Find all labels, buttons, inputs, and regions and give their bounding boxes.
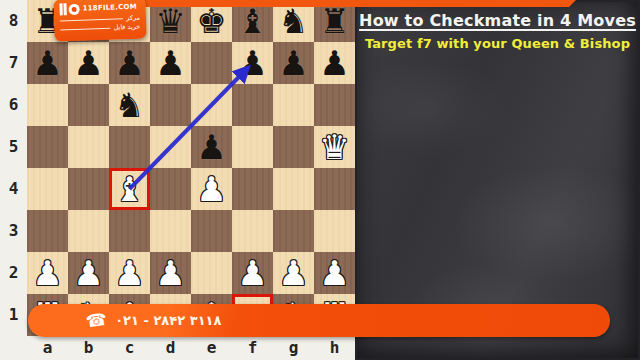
file-label-h: h <box>314 336 355 360</box>
phone-banner: ☎ ۰۲۱ - ۲۸۴۲ ۳۱۱۸ <box>28 304 610 337</box>
rank-label-6: 6 <box>0 84 27 126</box>
square-e4[interactable]: ♟ <box>191 168 232 210</box>
board: ♜♝♛♚♝♞♜♟♟♟♟♟♟♟♞♟♛♝♟♟♟♟♟♟♟♟♜♞♝♚♞♜ <box>27 0 355 336</box>
rank-label-3: 3 <box>0 210 27 252</box>
file-label-g: g <box>273 336 314 360</box>
file-label-b: b <box>68 336 109 360</box>
file-label-a: a <box>27 336 68 360</box>
square-g5[interactable] <box>273 126 314 168</box>
file-label-c: c <box>109 336 150 360</box>
square-g7[interactable]: ♟ <box>273 42 314 84</box>
rank-labels: 87654321 <box>0 0 27 336</box>
square-c7[interactable]: ♟ <box>109 42 150 84</box>
rank-label-8: 8 <box>0 0 27 42</box>
black-king: ♚ <box>196 4 226 38</box>
square-c2[interactable]: ♟ <box>109 252 150 294</box>
118file-logo: 118FILE.COM مرکز خرید فایل <box>53 0 146 42</box>
square-b3[interactable] <box>68 210 109 252</box>
square-h5[interactable]: ♛ <box>314 126 355 168</box>
white-pawn: ♟ <box>73 256 103 290</box>
square-g3[interactable] <box>273 210 314 252</box>
file-label-d: d <box>150 336 191 360</box>
square-a4[interactable] <box>27 168 68 210</box>
lesson-title: How to Checkmate in 4 Moves <box>357 11 638 30</box>
square-h6[interactable] <box>314 84 355 126</box>
square-b5[interactable] <box>68 126 109 168</box>
square-f4[interactable] <box>232 168 273 210</box>
black-pawn: ♟ <box>155 46 185 80</box>
square-a6[interactable] <box>27 84 68 126</box>
file-labels: abcdefgh <box>27 336 355 360</box>
rank-label-7: 7 <box>0 42 27 84</box>
square-h7[interactable]: ♟ <box>314 42 355 84</box>
square-g6[interactable] <box>273 84 314 126</box>
square-e3[interactable] <box>191 210 232 252</box>
black-queen: ♛ <box>155 4 185 38</box>
square-f5[interactable] <box>232 126 273 168</box>
logo-persian-line2: خرید فایل <box>113 23 140 32</box>
white-pawn: ♟ <box>155 256 185 290</box>
file-label-e: e <box>191 336 232 360</box>
square-b4[interactable] <box>68 168 109 210</box>
rank-label-1: 1 <box>0 294 27 336</box>
white-pawn: ♟ <box>278 256 308 290</box>
rank-label-5: 5 <box>0 126 27 168</box>
square-f2[interactable]: ♟ <box>232 252 273 294</box>
white-pawn: ♟ <box>237 256 267 290</box>
square-c6[interactable]: ♞ <box>109 84 150 126</box>
black-pawn: ♟ <box>114 46 144 80</box>
logo-persian-line1: مرکز <box>126 14 140 22</box>
black-pawn: ♟ <box>73 46 103 80</box>
square-e2[interactable] <box>191 252 232 294</box>
black-pawn: ♟ <box>237 46 267 80</box>
rank-label-4: 4 <box>0 168 27 210</box>
black-knight: ♞ <box>278 4 308 38</box>
square-a2[interactable]: ♟ <box>27 252 68 294</box>
file-label-f: f <box>232 336 273 360</box>
white-pawn: ♟ <box>319 256 349 290</box>
white-pawn: ♟ <box>32 256 62 290</box>
square-h2[interactable]: ♟ <box>314 252 355 294</box>
orange-accent-strip <box>100 0 576 7</box>
square-f6[interactable] <box>232 84 273 126</box>
rank-label-2: 2 <box>0 252 27 294</box>
square-h4[interactable] <box>314 168 355 210</box>
square-b2[interactable]: ♟ <box>68 252 109 294</box>
white-pawn: ♟ <box>114 256 144 290</box>
square-d2[interactable]: ♟ <box>150 252 191 294</box>
square-d7[interactable]: ♟ <box>150 42 191 84</box>
white-queen: ♛ <box>319 130 349 164</box>
phone-number: ۰۲۱ - ۲۸۴۲ ۳۱۱۸ <box>115 313 221 328</box>
black-pawn: ♟ <box>278 46 308 80</box>
logo-site-text: 118FILE.COM <box>82 3 136 13</box>
square-g4[interactable] <box>273 168 314 210</box>
black-pawn: ♟ <box>196 130 226 164</box>
square-e6[interactable] <box>191 84 232 126</box>
lesson-subtitle: Target f7 with your Queen & Bishop <box>356 36 639 51</box>
square-a7[interactable]: ♟ <box>27 42 68 84</box>
black-pawn: ♟ <box>319 46 349 80</box>
black-knight: ♞ <box>114 88 144 122</box>
black-rook: ♜ <box>319 4 349 38</box>
black-pawn: ♟ <box>32 46 62 80</box>
square-d6[interactable] <box>150 84 191 126</box>
square-c5[interactable] <box>109 126 150 168</box>
white-bishop: ♝ <box>114 172 144 206</box>
square-f7[interactable]: ♟ <box>232 42 273 84</box>
square-b7[interactable]: ♟ <box>68 42 109 84</box>
video-frame: How to Checkmate in 4 Moves Target f7 wi… <box>0 0 640 360</box>
square-g2[interactable]: ♟ <box>273 252 314 294</box>
square-h3[interactable] <box>314 210 355 252</box>
square-a5[interactable] <box>27 126 68 168</box>
square-c3[interactable] <box>109 210 150 252</box>
square-f3[interactable] <box>232 210 273 252</box>
black-bishop: ♝ <box>237 4 267 38</box>
118-logo-icon <box>59 3 79 16</box>
square-d4[interactable] <box>150 168 191 210</box>
white-pawn: ♟ <box>196 172 226 206</box>
square-c4[interactable]: ♝ <box>109 168 150 210</box>
square-d3[interactable] <box>150 210 191 252</box>
square-e7[interactable] <box>191 42 232 84</box>
phone-icon: ☎ <box>85 311 108 331</box>
square-a3[interactable] <box>27 210 68 252</box>
square-b6[interactable] <box>68 84 109 126</box>
square-e5[interactable]: ♟ <box>191 126 232 168</box>
square-d5[interactable] <box>150 126 191 168</box>
